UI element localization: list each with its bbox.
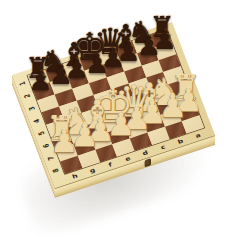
- product-photo-scene: 12345678 hgfedcba ♟♟♟♟♟♟♟♟♜♞♝♛♚♝♞♜♟♟♟♟♟♟…: [0, 0, 236, 236]
- hinge-clasp-icon: [145, 158, 151, 167]
